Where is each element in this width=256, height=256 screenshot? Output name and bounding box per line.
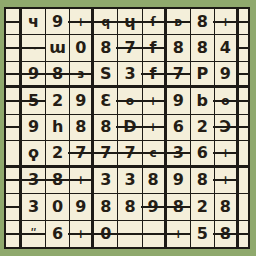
cell-r3c7[interactable]: 7 [167, 62, 191, 88]
page-background: ч9+qɥſᴅ8+~ɯ087f88498ɜS3f7P9529Ɛo+9bo9h88… [0, 0, 256, 256]
cell-r8c4[interactable]: 8 [94, 194, 118, 220]
cell-r3c3[interactable]: ɜ [70, 62, 94, 88]
cell-r8c2[interactable]: 0 [46, 194, 70, 220]
cell-r9c9[interactable]: 8 [215, 221, 239, 247]
grid-margin-cell-left-r3 [6, 62, 22, 88]
cell-r5c8[interactable]: 2 [191, 115, 215, 141]
cell-r1c3[interactable]: + [70, 9, 94, 35]
cell-r1c4[interactable]: q [94, 9, 118, 35]
cell-r7c6[interactable]: 8 [143, 168, 167, 194]
cell-r7c9[interactable]: + [215, 168, 239, 194]
cell-r4c7[interactable]: 9 [167, 88, 191, 114]
cell-r6c7[interactable]: 3 [167, 141, 191, 167]
cell-r8c1[interactable]: 3 [22, 194, 46, 220]
cell-r3c8[interactable]: P [191, 62, 215, 88]
cell-r8c3[interactable]: 9 [70, 194, 94, 220]
cell-r9c1[interactable]: ʺ [22, 221, 46, 247]
cell-r6c8[interactable]: 6 [191, 141, 215, 167]
cell-r1c1[interactable]: ч [22, 9, 46, 35]
cell-r8c7[interactable]: 8 [167, 194, 191, 220]
cell-r9c5[interactable] [118, 221, 142, 247]
cell-r4c4[interactable]: Ɛ [94, 88, 118, 114]
cell-r5c7[interactable]: 6 [167, 115, 191, 141]
grid-margin-cell-left-r6 [6, 141, 22, 167]
cell-r2c1[interactable]: ~ [22, 35, 46, 61]
grid-margin-cell-right-r9 [239, 221, 248, 247]
cell-r2c7[interactable]: 8 [167, 35, 191, 61]
cell-r3c9[interactable]: 9 [215, 62, 239, 88]
cell-r9c3[interactable]: + [70, 221, 94, 247]
cell-r3c1[interactable]: 9 [22, 62, 46, 88]
cell-r6c4[interactable]: 7 [94, 141, 118, 167]
cell-r5c3[interactable]: 8 [70, 115, 94, 141]
cell-r4c8[interactable]: b [191, 88, 215, 114]
cell-r7c2[interactable]: 8 [46, 168, 70, 194]
grid-margin-cell-right-r3 [239, 62, 248, 88]
cell-r6c5[interactable]: 7 [118, 141, 142, 167]
cell-r2c8[interactable]: 8 [191, 35, 215, 61]
cell-r2c4[interactable]: 8 [94, 35, 118, 61]
grid-margin-cell-right-r8 [239, 194, 248, 220]
cell-r7c3[interactable]: + [70, 168, 94, 194]
grid-margin-cell-right-r5 [239, 115, 248, 141]
cell-r9c8[interactable]: 5 [191, 221, 215, 247]
cell-r1c9[interactable]: + [215, 9, 239, 35]
grid-margin-cell-left-r5 [6, 115, 22, 141]
cell-r6c6[interactable]: c [143, 141, 167, 167]
cell-r8c6[interactable]: 9 [143, 194, 167, 220]
cell-r5c6[interactable]: + [143, 115, 167, 141]
cell-r9c4[interactable]: 0 [94, 221, 118, 247]
grid-margin-cell-right-r6 [239, 141, 248, 167]
cell-r1c2[interactable]: 9 [46, 9, 70, 35]
cell-r9c7[interactable]: + [167, 221, 191, 247]
cell-r7c4[interactable]: 3 [94, 168, 118, 194]
cell-r3c2[interactable]: 8 [46, 62, 70, 88]
cell-r3c4[interactable]: S [94, 62, 118, 88]
cell-r8c5[interactable]: 8 [118, 194, 142, 220]
cell-r3c5[interactable]: 3 [118, 62, 142, 88]
cell-r8c8[interactable]: 2 [191, 194, 215, 220]
grid-margin-cell-left-r8 [6, 194, 22, 220]
cell-r2c3[interactable]: 0 [70, 35, 94, 61]
cell-r7c8[interactable]: 8 [191, 168, 215, 194]
cell-r2c5[interactable]: 7 [118, 35, 142, 61]
cell-r7c7[interactable]: 9 [167, 168, 191, 194]
grid-margin-cell-right-r7 [239, 168, 248, 194]
cell-r1c8[interactable]: 8 [191, 9, 215, 35]
grid-margin-cell-right-r2 [239, 35, 248, 61]
grid-margin-cell-left-r1 [6, 9, 22, 35]
cell-r6c9[interactable]: + [215, 141, 239, 167]
cell-r1c7[interactable]: ᴅ [167, 9, 191, 35]
cell-r6c2[interactable]: 2 [46, 141, 70, 167]
cell-r5c5[interactable]: D [118, 115, 142, 141]
cell-r5c2[interactable]: h [46, 115, 70, 141]
cell-r2c6[interactable]: f [143, 35, 167, 61]
cell-r4c2[interactable]: 2 [46, 88, 70, 114]
cell-r4c6[interactable]: + [143, 88, 167, 114]
cell-r6c1[interactable]: ϙ [22, 141, 46, 167]
cell-r8c9[interactable]: 8 [215, 194, 239, 220]
cell-r1c5[interactable]: ɥ [118, 9, 142, 35]
cell-r2c9[interactable]: 4 [215, 35, 239, 61]
sudoku-board: ч9+qɥſᴅ8+~ɯ087f88498ɜS3f7P9529Ɛo+9bo9h88… [4, 7, 250, 249]
cell-r4c9[interactable]: o [215, 88, 239, 114]
cell-r4c3[interactable]: 9 [70, 88, 94, 114]
cell-r5c9[interactable]: Ɔ [215, 115, 239, 141]
cell-r4c5[interactable]: o [118, 88, 142, 114]
cell-r5c1[interactable]: 9 [22, 115, 46, 141]
grid-margin-cell-right-r1 [239, 9, 248, 35]
grid-margin-cell-right-r4 [239, 88, 248, 114]
cell-r2c2[interactable]: ɯ [46, 35, 70, 61]
cell-r1c6[interactable]: ſ [143, 9, 167, 35]
cell-r9c6[interactable] [143, 221, 167, 247]
cell-r7c1[interactable]: 3 [22, 168, 46, 194]
cell-r9c2[interactable]: 6 [46, 221, 70, 247]
cell-r5c4[interactable]: 8 [94, 115, 118, 141]
cell-r7c5[interactable]: 3 [118, 168, 142, 194]
cell-r6c3[interactable]: 7 [70, 141, 94, 167]
cell-r3c6[interactable]: f [143, 62, 167, 88]
cell-r4c1[interactable]: 5 [22, 88, 46, 114]
